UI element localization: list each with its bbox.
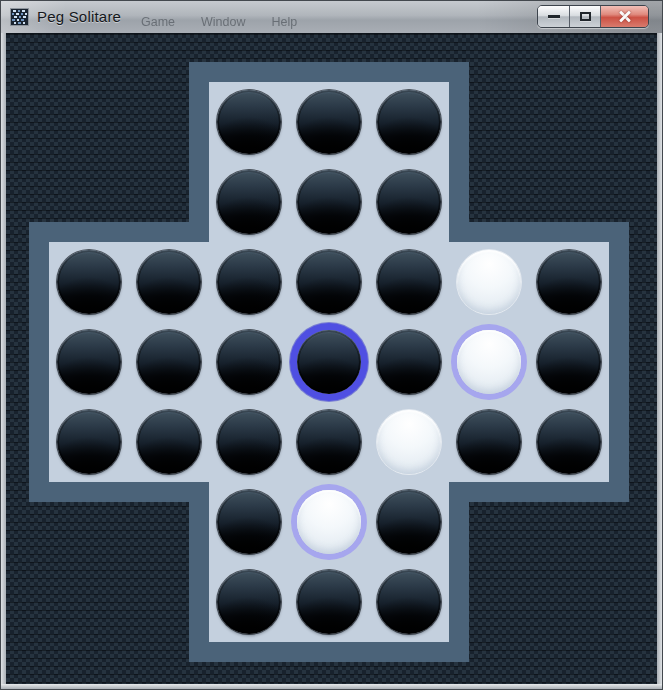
peg[interactable]: [217, 90, 281, 154]
off-board: [449, 162, 529, 242]
ghost-menubar: Game Window Help: [141, 15, 297, 29]
cell-r3c3: [209, 242, 289, 322]
off-board: [49, 162, 129, 242]
peg[interactable]: [57, 250, 121, 314]
peg[interactable]: [217, 330, 281, 394]
minimize-button[interactable]: [538, 6, 569, 27]
cell-r1c3: [209, 82, 289, 162]
cell-r4c3: [209, 322, 289, 402]
maximize-button[interactable]: [569, 6, 600, 27]
menu-item-game[interactable]: Game: [141, 15, 175, 29]
off-board: [49, 482, 129, 562]
peg[interactable]: [377, 90, 441, 154]
peg[interactable]: [217, 250, 281, 314]
cell-r6c5: [369, 482, 449, 562]
window-frame-left: [1, 33, 6, 689]
cell-r4c6: [449, 322, 529, 402]
peg[interactable]: [217, 170, 281, 234]
window-title: Peg Solitare: [37, 8, 121, 25]
peg[interactable]: [137, 330, 201, 394]
peg[interactable]: [137, 250, 201, 314]
window-frame-bottom: [1, 684, 662, 689]
cell-r6c4: [289, 482, 369, 562]
cell-r3c7: [529, 242, 609, 322]
peg[interactable]: [537, 330, 601, 394]
peg[interactable]: [377, 330, 441, 394]
close-button[interactable]: [600, 6, 648, 27]
window-controls: [537, 5, 649, 28]
cell-r7c3: [209, 562, 289, 642]
peg[interactable]: [217, 490, 281, 554]
peg[interactable]: [377, 170, 441, 234]
cell-r4c5: [369, 322, 449, 402]
peg[interactable]: [217, 410, 281, 474]
cell-r2c5: [369, 162, 449, 242]
cell-r4c7: [529, 322, 609, 402]
cell-r4c2: [129, 322, 209, 402]
cell-r5c3: [209, 402, 289, 482]
empty-hole[interactable]: [377, 410, 441, 474]
off-board: [449, 82, 529, 162]
peg[interactable]: [297, 170, 361, 234]
maximize-icon: [580, 12, 591, 21]
peg[interactable]: [377, 490, 441, 554]
off-board: [129, 482, 209, 562]
off-board: [49, 562, 129, 642]
off-board: [449, 562, 529, 642]
cell-r5c7: [529, 402, 609, 482]
cell-r5c4: [289, 402, 369, 482]
off-board: [529, 482, 609, 562]
off-board: [49, 82, 129, 162]
peg[interactable]: [377, 570, 441, 634]
off-board: [449, 482, 529, 562]
window-content: [6, 33, 657, 684]
cell-r7c5: [369, 562, 449, 642]
peg[interactable]: [377, 250, 441, 314]
cell-r5c6: [449, 402, 529, 482]
off-board: [129, 562, 209, 642]
cell-r3c2: [129, 242, 209, 322]
cell-r7c4: [289, 562, 369, 642]
app-icon: [10, 8, 29, 26]
peg[interactable]: [297, 330, 361, 394]
close-icon: [617, 10, 633, 24]
cell-r1c5: [369, 82, 449, 162]
cell-r2c3: [209, 162, 289, 242]
cell-r3c5: [369, 242, 449, 322]
app-window: Peg Solitare Game Window Help: [0, 0, 663, 690]
peg[interactable]: [297, 570, 361, 634]
peg[interactable]: [137, 410, 201, 474]
cell-r3c6: [449, 242, 529, 322]
window-frame-right: [657, 33, 662, 689]
cell-r6c3: [209, 482, 289, 562]
cell-r1c4: [289, 82, 369, 162]
peg[interactable]: [297, 250, 361, 314]
peg[interactable]: [297, 90, 361, 154]
minimize-icon: [548, 15, 560, 18]
cell-r4c1: [49, 322, 129, 402]
cell-r5c2: [129, 402, 209, 482]
cell-r5c5: [369, 402, 449, 482]
peg[interactable]: [57, 410, 121, 474]
titlebar[interactable]: Peg Solitare Game Window Help: [1, 1, 662, 34]
cell-r5c1: [49, 402, 129, 482]
peg[interactable]: [57, 330, 121, 394]
off-board: [129, 162, 209, 242]
off-board: [529, 562, 609, 642]
cell-r3c1: [49, 242, 129, 322]
menu-item-help[interactable]: Help: [272, 15, 298, 29]
peg[interactable]: [297, 410, 361, 474]
peg[interactable]: [217, 570, 281, 634]
empty-hole[interactable]: [297, 490, 361, 554]
peg[interactable]: [537, 410, 601, 474]
cell-r3c4: [289, 242, 369, 322]
peg[interactable]: [457, 410, 521, 474]
cell-r4c4: [289, 322, 369, 402]
peg[interactable]: [537, 250, 601, 314]
empty-hole[interactable]: [457, 250, 521, 314]
off-board: [129, 82, 209, 162]
empty-hole[interactable]: [457, 330, 521, 394]
off-board: [529, 82, 609, 162]
cell-r2c4: [289, 162, 369, 242]
off-board: [529, 162, 609, 242]
board-grid: [49, 82, 609, 642]
menu-item-window[interactable]: Window: [201, 15, 245, 29]
